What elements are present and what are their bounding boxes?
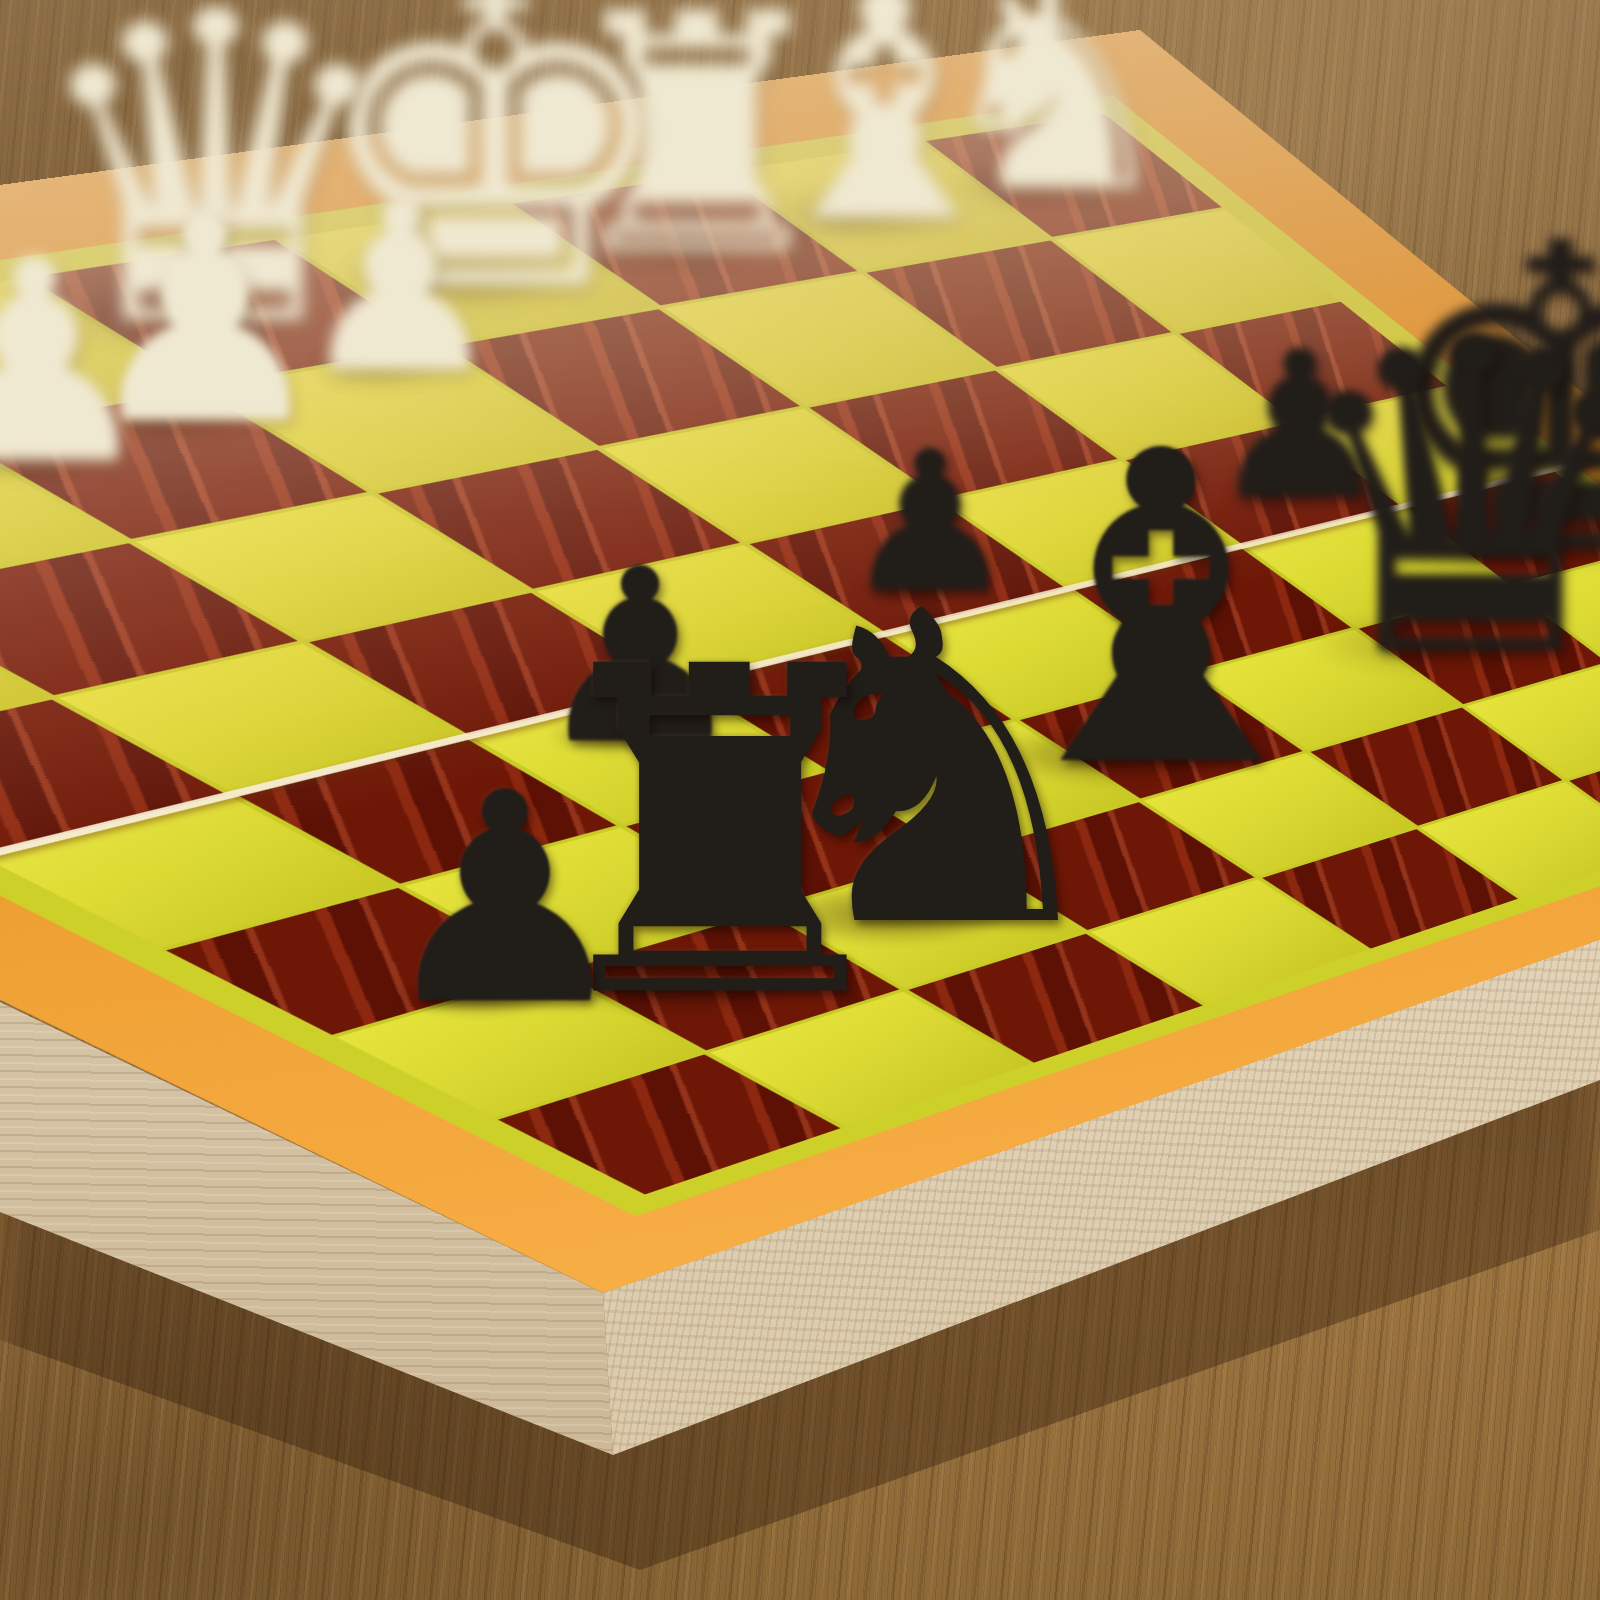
- black-pawn-1: ♟: [375, 755, 635, 1045]
- photo-chess-scene: ♞♝♜♚♛♟♟♟♟♚♟♛♟♝♞♜♟: [0, 0, 1600, 1600]
- white-pawn-1: ♟: [0, 223, 161, 503]
